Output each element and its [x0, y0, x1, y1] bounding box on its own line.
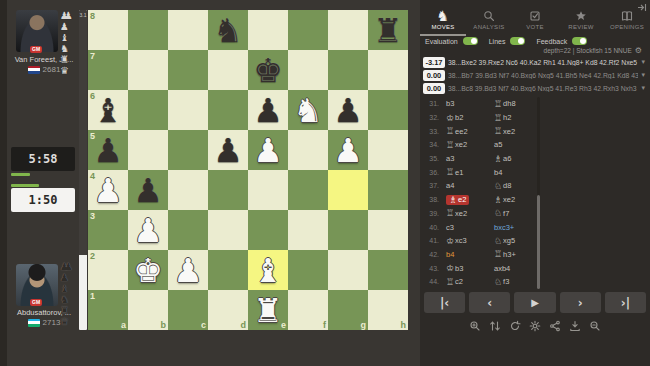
square-d8[interactable]: ♞ [208, 10, 248, 50]
move-number: 38. [424, 196, 439, 203]
tab-openings[interactable]: OPENINGS [604, 6, 650, 36]
piece-glyph: ♖ [494, 249, 502, 259]
toggle-feedback[interactable] [572, 37, 587, 45]
tab-moves[interactable]: ♞MOVES [420, 6, 466, 36]
share-icon[interactable] [549, 320, 561, 332]
square-c2[interactable]: ♟ [168, 250, 208, 290]
player-name-top[interactable]: Van Foreest, Jo... [0, 55, 88, 64]
eval-bar-value: 3.1 [79, 10, 87, 18]
move-white[interactable]: ♖xe2 [446, 140, 494, 150]
square-f5[interactable] [288, 130, 328, 170]
square-e6[interactable]: ♟ [248, 90, 288, 130]
square-e7[interactable]: ♚ [248, 50, 288, 90]
file-label: b [161, 320, 167, 330]
tab-label: VOTE [526, 24, 544, 30]
square-g4[interactable] [328, 170, 368, 210]
move-black[interactable]: ♘f3 [494, 277, 542, 287]
captured-piece-group: ♜ [60, 54, 69, 65]
file-label: d [241, 320, 247, 330]
player-rating-bottom: 2713 [0, 318, 88, 327]
square-c3[interactable] [168, 210, 208, 250]
file-label: f [323, 320, 326, 330]
title-badge: GM [30, 299, 42, 306]
square-a8[interactable]: 8 [88, 10, 128, 50]
white-knight-piece: ♞ [288, 90, 328, 130]
piece-glyph: ♔ [446, 113, 454, 123]
move-row: 43.♔b3axb4 [420, 261, 542, 275]
square-a7[interactable]: 7 [88, 50, 128, 90]
analysis-panel: ♞MOVESANALYSISVOTEREVIEWOPENINGS Evaluat… [420, 0, 650, 366]
tab-analysis[interactable]: ANALYSIS [466, 6, 512, 36]
captured-piece-group: ♞ [60, 43, 69, 54]
piece-glyph: ♘ [494, 208, 502, 218]
square-c5[interactable] [168, 130, 208, 170]
eval-bar-black-section: 3.1 [79, 10, 87, 255]
piece-glyph: ♖ [494, 113, 502, 123]
chevron-down-icon[interactable]: ▾ [641, 84, 647, 92]
flip-board-icon[interactable] [489, 320, 501, 332]
square-a5[interactable]: 5♟ [88, 130, 128, 170]
first-move-button[interactable]: |‹ [424, 292, 465, 313]
captured-piece-group: ♛ [60, 316, 69, 327]
next-move-button[interactable]: › [560, 292, 601, 313]
rank-label: 3 [90, 211, 95, 221]
square-g2[interactable] [328, 250, 368, 290]
move-black[interactable]: b4 [494, 168, 542, 177]
piece-glyph: ♖ [446, 167, 454, 177]
panel-toggles: EvaluationLinesFeedback [425, 37, 593, 45]
captured-piece-group: ♝ [60, 283, 69, 294]
square-f8[interactable] [288, 10, 328, 50]
square-a1[interactable]: 1a [88, 290, 128, 330]
move-number: 35. [424, 155, 439, 162]
move-black[interactable]: ♖xe2 [494, 126, 542, 136]
captured-pieces-by-black: ♟♟♟♝♞♜♛ [60, 10, 69, 76]
tab-label: MOVES [431, 24, 454, 30]
tab-vote[interactable]: VOTE [512, 6, 558, 36]
netherlands-flag-icon [28, 66, 40, 74]
move-row: 37.a4♘d8 [420, 179, 542, 193]
square-f4[interactable] [288, 170, 328, 210]
square-h8[interactable]: ♜ [368, 10, 408, 50]
captured-piece-group: ♞ [60, 294, 69, 305]
uzbekistan-flag-icon [28, 319, 40, 327]
blunder-highlight: ♗e2 [446, 195, 469, 205]
piece-glyph: ♖ [494, 126, 502, 136]
rank-label: 8 [90, 11, 95, 21]
captured-piece-group: ♛ [60, 65, 69, 76]
black-pawn-piece: ♟ [328, 90, 368, 130]
move-white[interactable]: b3 [446, 99, 494, 108]
engine-line[interactable]: -3.1738...Bxe2 39.Rxe2 Nc6 40.Ka2 Rh1 41… [423, 56, 647, 68]
square-b6[interactable] [128, 90, 168, 130]
move-number: 43. [424, 265, 439, 272]
square-b2[interactable]: ♚ [128, 250, 168, 290]
move-number: 37. [424, 182, 439, 189]
white-pawn-piece: ♟ [88, 170, 128, 210]
square-a3[interactable]: 3 [88, 210, 128, 250]
engine-eval: -3.17 [423, 57, 445, 68]
toggle-lines[interactable] [510, 37, 525, 45]
captured-pieces-by-white: ♟♟♟♝♞♜♛ [60, 261, 69, 327]
square-h3[interactable] [368, 210, 408, 250]
chess-event-viewer: GM Van Foreest, Jo... 2681 ♟♟♟♝♞♜♛ 5:58 … [0, 0, 650, 366]
title-badge: GM [30, 46, 42, 53]
square-e3[interactable] [248, 210, 288, 250]
move-row: 38.♗e2♗xe2 [420, 193, 542, 207]
tab-label: ANALYSIS [473, 24, 504, 30]
move-white[interactable]: a3 [446, 154, 494, 163]
player-rating-top: 2681 [0, 65, 88, 74]
square-h5[interactable] [368, 130, 408, 170]
black-rook-piece: ♜ [368, 10, 408, 50]
piece-glyph: ♖ [446, 208, 454, 218]
square-d4[interactable] [208, 170, 248, 210]
black-pawn-piece: ♟ [248, 90, 288, 130]
captured-piece-group: ♝ [60, 32, 69, 43]
player-name-bottom[interactable]: Abdusattorov, ... [0, 308, 88, 317]
prev-move-button[interactable]: ‹ [469, 292, 510, 313]
move-row: 42.b4♖h3+ [420, 248, 542, 262]
square-e4[interactable] [248, 170, 288, 210]
file-label: h [401, 320, 407, 330]
piece-glyph: ♖ [446, 140, 454, 150]
eval-bar: 3.1 [79, 10, 87, 330]
square-c1[interactable]: c [168, 290, 208, 330]
file-label: g [361, 320, 367, 330]
engine-eval: 0.00 [423, 70, 445, 81]
square-e1[interactable]: e♜ [248, 290, 288, 330]
square-g6[interactable]: ♟ [328, 90, 368, 130]
square-b5[interactable] [128, 130, 168, 170]
move-white[interactable]: ♗e2 [446, 195, 494, 205]
toggle-label-feedback: Feedback [536, 38, 567, 45]
white-pawn-piece: ♟ [248, 130, 288, 170]
rating-value: 2681 [43, 65, 61, 74]
move-row: 40.c3bxc3+ [420, 220, 542, 234]
square-e8[interactable] [248, 10, 288, 50]
tab-label: OPENINGS [610, 24, 644, 30]
piece-glyph: ♗ [449, 195, 457, 205]
move-number: 39. [424, 210, 439, 217]
move-black[interactable]: ♗xe2 [494, 195, 542, 205]
square-c8[interactable] [168, 10, 208, 50]
clock-white: 1:50 [11, 188, 75, 212]
download-icon[interactable] [569, 320, 581, 332]
move-number: 36. [424, 169, 439, 176]
move-black[interactable]: ♖dh8 [494, 99, 542, 109]
board-tools [420, 320, 650, 332]
piece-glyph: ♖ [494, 99, 502, 109]
engine-line-moves: 38...Bc8 39.Bd3 Nf7 40.Bxg6 Nxg5 41.Re3 … [448, 85, 638, 92]
clock-progress-black [11, 173, 30, 176]
square-d7[interactable] [208, 50, 248, 90]
piece-glyph: ♘ [494, 181, 502, 191]
settings-icon[interactable] [529, 320, 541, 332]
square-f1[interactable]: f [288, 290, 328, 330]
knight-icon: ♞ [437, 9, 450, 22]
square-d3[interactable] [208, 210, 248, 250]
play-move-button[interactable]: ▶ [514, 292, 555, 313]
square-f3[interactable] [288, 210, 328, 250]
white-pawn-piece: ♟ [168, 250, 208, 290]
move-row: 32.♔b2♖h2 [420, 111, 542, 125]
move-number: 41. [424, 237, 439, 244]
black-pawn-piece: ♟ [208, 130, 248, 170]
square-e2[interactable]: ♝ [248, 250, 288, 290]
gear-icon[interactable]: ⚙ [635, 46, 642, 55]
move-black[interactable]: bxc3+ [494, 223, 542, 232]
move-white[interactable]: ♔xc3 [446, 236, 494, 246]
piece-glyph: ♔ [446, 263, 454, 273]
captured-piece-group: ♟♟ [60, 261, 69, 272]
engine-line-moves: 38...Bxe2 39.Rxe2 Nc6 40.Ka2 Rh1 41.Ng8+… [448, 59, 638, 66]
refresh-icon[interactable] [509, 320, 521, 332]
square-f2[interactable] [288, 250, 328, 290]
clock-black: 5:58 [11, 147, 75, 171]
white-pawn-piece: ♟ [128, 210, 168, 250]
square-f7[interactable] [288, 50, 328, 90]
rank-label: 2 [90, 251, 95, 261]
square-c7[interactable] [168, 50, 208, 90]
rating-value: 2713 [43, 318, 61, 327]
piece-glyph: ♔ [446, 236, 454, 246]
square-h7[interactable] [368, 50, 408, 90]
captured-piece-group: ♜ [60, 305, 69, 316]
move-row: 39.♖xe2♘f7 [420, 207, 542, 221]
last-move-button[interactable]: ›| [605, 292, 646, 313]
square-b1[interactable]: b [128, 290, 168, 330]
file-label: c [201, 320, 206, 330]
move-white[interactable]: ♔b3 [446, 263, 494, 273]
square-c4[interactable] [168, 170, 208, 210]
file-label: a [121, 320, 126, 330]
move-list: 31.b3♖dh832.♔b2♖h233.♖ee2♖xe234.♖xe2a535… [420, 97, 542, 289]
ballot-box-icon [529, 9, 541, 22]
piece-glyph: ♖ [446, 277, 454, 287]
piece-glyph: ♘ [494, 236, 502, 246]
move-black[interactable]: ♘f7 [494, 208, 542, 218]
move-black[interactable]: ♗a6 [494, 154, 542, 164]
engine-lines: -3.1738...Bxe2 39.Rxe2 Nc6 40.Ka2 Rh1 41… [423, 56, 647, 95]
move-black[interactable]: ♖h2 [494, 113, 542, 123]
panel-tabs: ♞MOVESANALYSISVOTEREVIEWOPENINGS [420, 6, 650, 36]
move-black[interactable]: ♘d8 [494, 181, 542, 191]
black-king-piece: ♚ [248, 50, 288, 90]
move-row: 36.♖e1b4 [420, 165, 542, 179]
white-king-piece: ♚ [128, 250, 168, 290]
move-number: 32. [424, 114, 439, 121]
move-black[interactable]: ♘xg5 [494, 236, 542, 246]
move-number: 34. [424, 141, 439, 148]
magnifier-icon [483, 9, 495, 22]
move-white[interactable]: c3 [446, 223, 494, 232]
toggle-label-lines: Lines [489, 38, 506, 45]
zoom-in-icon[interactable] [469, 320, 481, 332]
square-b3[interactable]: ♟ [128, 210, 168, 250]
white-pawn-piece: ♟ [328, 130, 368, 170]
move-row: 44.♖c2♘f3 [420, 275, 542, 289]
tab-review[interactable]: REVIEW [558, 6, 604, 36]
move-white[interactable]: ♖ee2 [446, 126, 494, 136]
square-h6[interactable] [368, 90, 408, 130]
square-a4[interactable]: 4♟ [88, 170, 128, 210]
piece-glyph: ♖ [446, 126, 454, 136]
move-number: 42. [424, 251, 439, 258]
move-black[interactable]: a5 [494, 140, 542, 149]
square-b4[interactable]: ♟ [128, 170, 168, 210]
square-b8[interactable] [128, 10, 168, 50]
square-c6[interactable] [168, 90, 208, 130]
move-navigation: |‹‹▶››| [424, 292, 646, 313]
book-icon [621, 9, 633, 22]
square-f6[interactable]: ♞ [288, 90, 328, 130]
piece-glyph: ♗ [494, 154, 502, 164]
move-row: 34.♖xe2a5 [420, 138, 542, 152]
engine-status: depth=22 | Stockfish 15 NNUE ⚙ [544, 46, 642, 55]
square-h2[interactable] [368, 250, 408, 290]
square-d1[interactable]: d [208, 290, 248, 330]
square-a6[interactable]: 6♝ [88, 90, 128, 130]
move-white[interactable]: b4 [446, 250, 494, 259]
tab-label: REVIEW [568, 24, 593, 30]
move-black[interactable]: axb4 [494, 264, 542, 273]
square-g3[interactable] [328, 210, 368, 250]
clock-progress-white [11, 184, 39, 187]
captured-piece-group: ♟♟ [60, 10, 69, 21]
move-row: 31.b3♖dh8 [420, 97, 542, 111]
review-badge-icon [575, 9, 587, 22]
move-row: 33.♖ee2♖xe2 [420, 124, 542, 138]
zoom-out-icon[interactable] [589, 320, 601, 332]
engine-status-text: depth=22 | Stockfish 15 NNUE [544, 47, 632, 54]
move-number: 40. [424, 224, 439, 231]
captured-piece-group: ♟ [60, 272, 69, 283]
move-black[interactable]: ♖h3+ [494, 249, 542, 259]
square-g7[interactable] [328, 50, 368, 90]
move-row: 41.♔xc3♘xg5 [420, 234, 542, 248]
square-h4[interactable] [368, 170, 408, 210]
move-white[interactable]: a4 [446, 181, 494, 190]
square-h1[interactable]: h [368, 290, 408, 330]
black-pawn-piece: ♟ [128, 170, 168, 210]
square-e5[interactable]: ♟ [248, 130, 288, 170]
chess-board: 8♞♜7♚6♝♟♞♟5♟♟♟♟4♟♟3♟2♚♟♝1abcde♜fgh [88, 10, 408, 330]
move-number: 33. [424, 128, 439, 135]
move-number: 31. [424, 100, 439, 107]
move-number: 44. [424, 278, 439, 285]
black-bishop-piece: ♝ [88, 90, 128, 130]
square-g5[interactable]: ♟ [328, 130, 368, 170]
chevron-down-icon[interactable]: ▾ [641, 58, 647, 66]
black-pawn-piece: ♟ [88, 130, 128, 170]
piece-glyph: ♗ [494, 195, 502, 205]
piece-glyph: ♘ [494, 277, 502, 287]
square-d6[interactable] [208, 90, 248, 130]
engine-line[interactable]: 0.0038...Bb7 39.Bd3 Nf7 40.Bxg6 Nxg5 41.… [423, 69, 647, 81]
rank-label: 7 [90, 51, 95, 61]
square-a2[interactable]: 2 [88, 250, 128, 290]
square-g1[interactable]: g [328, 290, 368, 330]
move-white[interactable]: ♖e1 [446, 167, 494, 177]
white-rook-piece: ♜ [248, 290, 288, 330]
move-white[interactable]: ♖xe2 [446, 208, 494, 218]
scrollbar-thumb[interactable] [537, 195, 540, 289]
move-white[interactable]: ♔b2 [446, 113, 494, 123]
white-bishop-piece: ♝ [248, 250, 288, 290]
square-d2[interactable] [208, 250, 248, 290]
toggle-evaluation[interactable] [463, 37, 478, 45]
move-white[interactable]: ♖c2 [446, 277, 494, 287]
engine-line[interactable]: 0.0038...Bc8 39.Bd3 Nf7 40.Bxg6 Nxg5 41.… [423, 82, 647, 94]
engine-eval: 0.00 [423, 83, 445, 94]
square-b7[interactable] [128, 50, 168, 90]
move-row: 35.a3♗a6 [420, 152, 542, 166]
black-knight-piece: ♞ [208, 10, 248, 50]
engine-line-moves: 38...Bb7 39.Bd3 Nf7 40.Bxg6 Nxg5 41.Bh5 … [448, 72, 638, 79]
move-list-scrollbar[interactable] [537, 97, 540, 289]
square-d5[interactable]: ♟ [208, 130, 248, 170]
captured-piece-group: ♟ [60, 21, 69, 32]
toggle-label-evaluation: Evaluation [425, 38, 458, 45]
chevron-down-icon[interactable]: ▾ [641, 71, 647, 79]
square-g8[interactable] [328, 10, 368, 50]
rank-label: 1 [90, 291, 95, 301]
